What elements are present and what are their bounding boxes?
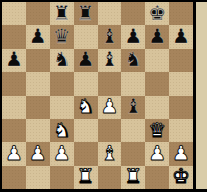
square-a3[interactable]	[2, 119, 26, 142]
square-c3[interactable]: ♞	[50, 119, 74, 142]
square-d5[interactable]	[74, 72, 98, 95]
square-g5[interactable]	[145, 72, 169, 95]
square-h6[interactable]	[169, 49, 193, 72]
white-pawn-c2[interactable]: ♟	[53, 143, 71, 163]
window-right-margin	[196, 2, 207, 189]
square-g7[interactable]: ♟	[145, 25, 169, 48]
square-c4[interactable]	[50, 96, 74, 119]
square-b4[interactable]	[26, 96, 50, 119]
square-h1[interactable]: ♚	[169, 166, 193, 189]
square-h8[interactable]	[169, 2, 193, 25]
square-e5[interactable]	[98, 72, 122, 95]
square-d6[interactable]: ♟	[74, 49, 98, 72]
black-queen-c7[interactable]: ♛	[53, 26, 71, 46]
square-b8[interactable]	[26, 2, 50, 25]
black-pawn-b7[interactable]: ♟	[29, 26, 47, 46]
square-f7[interactable]: ♟	[121, 25, 145, 48]
square-c8[interactable]: ♜	[50, 2, 74, 25]
square-b6[interactable]	[26, 49, 50, 72]
white-pawn-h2[interactable]: ♟	[172, 143, 190, 163]
black-knight-c6[interactable]: ♞	[53, 49, 71, 69]
square-c7[interactable]: ♛	[50, 25, 74, 48]
square-d1[interactable]: ♜	[74, 166, 98, 189]
square-e7[interactable]: ♝	[98, 25, 122, 48]
white-knight-c3[interactable]: ♞	[53, 120, 71, 140]
square-a5[interactable]	[2, 72, 26, 95]
white-bishop-e2[interactable]: ♝	[100, 143, 118, 163]
square-d4[interactable]: ♞	[74, 96, 98, 119]
square-d2[interactable]	[74, 142, 98, 165]
white-king-h1[interactable]: ♚	[172, 166, 190, 186]
black-rook-d8[interactable]: ♜	[77, 3, 95, 23]
white-queen-g3[interactable]: ♛	[148, 120, 166, 140]
square-b5[interactable]	[26, 72, 50, 95]
black-king-g8[interactable]: ♚	[148, 3, 166, 23]
white-knight-d4[interactable]: ♞	[77, 96, 95, 116]
black-bishop-e6[interactable]: ♝	[100, 49, 118, 69]
square-h4[interactable]	[169, 96, 193, 119]
white-pawn-a2[interactable]: ♟	[5, 143, 23, 163]
white-rook-d1[interactable]: ♜	[77, 166, 95, 186]
white-pawn-e4[interactable]: ♟	[100, 96, 118, 116]
square-a2[interactable]: ♟	[2, 142, 26, 165]
square-e8[interactable]	[98, 2, 122, 25]
chess-board: ♜♜♚♟♛♝♟♟♟♟♞♟♝♞♞♟♝♞♛♟♟♟♝♟♟♜♜♚	[2, 2, 193, 189]
square-c5[interactable]	[50, 72, 74, 95]
square-c1[interactable]	[50, 166, 74, 189]
chess-app-window: ♜♜♚♟♛♝♟♟♟♟♞♟♝♞♞♟♝♞♛♟♟♟♝♟♟♜♜♚	[0, 0, 207, 192]
square-h7[interactable]: ♟	[169, 25, 193, 48]
black-pawn-g7[interactable]: ♟	[148, 26, 166, 46]
square-g6[interactable]	[145, 49, 169, 72]
white-pawn-g2[interactable]: ♟	[148, 143, 166, 163]
square-e6[interactable]: ♝	[98, 49, 122, 72]
square-a4[interactable]	[2, 96, 26, 119]
square-b1[interactable]	[26, 166, 50, 189]
square-e2[interactable]: ♝	[98, 142, 122, 165]
square-g2[interactable]: ♟	[145, 142, 169, 165]
square-d7[interactable]	[74, 25, 98, 48]
black-bishop-f4[interactable]: ♝	[124, 96, 142, 116]
black-pawn-h7[interactable]: ♟	[172, 26, 190, 46]
square-g1[interactable]	[145, 166, 169, 189]
square-f2[interactable]	[121, 142, 145, 165]
black-pawn-d6[interactable]: ♟	[77, 49, 95, 69]
square-c2[interactable]: ♟	[50, 142, 74, 165]
square-a1[interactable]	[2, 166, 26, 189]
square-d3[interactable]	[74, 119, 98, 142]
black-bishop-e7[interactable]: ♝	[100, 26, 118, 46]
square-c6[interactable]: ♞	[50, 49, 74, 72]
square-a6[interactable]: ♟	[2, 49, 26, 72]
square-h2[interactable]: ♟	[169, 142, 193, 165]
square-d8[interactable]: ♜	[74, 2, 98, 25]
square-e4[interactable]: ♟	[98, 96, 122, 119]
square-b7[interactable]: ♟	[26, 25, 50, 48]
square-h3[interactable]	[169, 119, 193, 142]
square-g4[interactable]	[145, 96, 169, 119]
square-e3[interactable]	[98, 119, 122, 142]
square-g8[interactable]: ♚	[145, 2, 169, 25]
square-a7[interactable]	[2, 25, 26, 48]
square-f6[interactable]: ♞	[121, 49, 145, 72]
white-pawn-b2[interactable]: ♟	[29, 143, 47, 163]
square-a8[interactable]	[2, 2, 26, 25]
square-f4[interactable]: ♝	[121, 96, 145, 119]
white-rook-f1[interactable]: ♜	[124, 166, 142, 186]
square-f8[interactable]	[121, 2, 145, 25]
square-e1[interactable]	[98, 166, 122, 189]
square-b2[interactable]: ♟	[26, 142, 50, 165]
square-f3[interactable]	[121, 119, 145, 142]
black-pawn-a6[interactable]: ♟	[5, 49, 23, 69]
square-g3[interactable]: ♛	[145, 119, 169, 142]
black-pawn-f7[interactable]: ♟	[124, 26, 142, 46]
square-f1[interactable]: ♜	[121, 166, 145, 189]
square-h5[interactable]	[169, 72, 193, 95]
black-knight-f6[interactable]: ♞	[124, 49, 142, 69]
black-rook-c8[interactable]: ♜	[53, 3, 71, 23]
square-b3[interactable]	[26, 119, 50, 142]
square-f5[interactable]	[121, 72, 145, 95]
